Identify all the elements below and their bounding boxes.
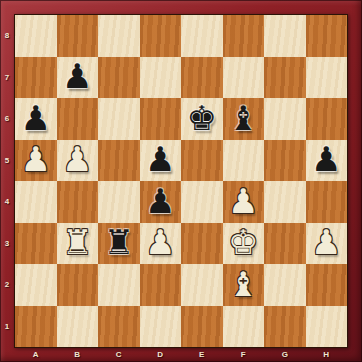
square-f1[interactable] <box>223 306 265 348</box>
rank-label-4: 4 <box>0 181 14 223</box>
file-label-d: D <box>140 347 182 362</box>
file-label-h: H <box>306 347 348 362</box>
square-b4[interactable] <box>57 181 99 223</box>
white-pawn[interactable]: ♟ <box>228 184 258 218</box>
square-d2[interactable] <box>140 264 182 306</box>
square-c8[interactable] <box>98 15 140 57</box>
square-f4[interactable]: ♟ <box>223 181 265 223</box>
white-bishop[interactable]: ♝ <box>228 267 258 301</box>
file-label-e: E <box>181 347 223 362</box>
square-e5[interactable] <box>181 140 223 182</box>
square-f6[interactable]: ♝ <box>223 98 265 140</box>
file-label-c: C <box>98 347 140 362</box>
black-pawn[interactable]: ♟ <box>21 101 51 135</box>
square-h3[interactable]: ♟ <box>306 223 348 265</box>
white-pawn[interactable]: ♟ <box>145 225 175 259</box>
square-h7[interactable] <box>306 57 348 99</box>
square-h2[interactable] <box>306 264 348 306</box>
square-h5[interactable]: ♟ <box>306 140 348 182</box>
square-f8[interactable] <box>223 15 265 57</box>
black-pawn[interactable]: ♟ <box>145 142 175 176</box>
square-f3[interactable]: ♚ <box>223 223 265 265</box>
white-pawn[interactable]: ♟ <box>62 142 92 176</box>
square-g8[interactable] <box>264 15 306 57</box>
square-e1[interactable] <box>181 306 223 348</box>
square-d4[interactable]: ♟ <box>140 181 182 223</box>
square-h6[interactable] <box>306 98 348 140</box>
square-a7[interactable] <box>15 57 57 99</box>
square-b2[interactable] <box>57 264 99 306</box>
file-label-b: B <box>57 347 99 362</box>
square-a8[interactable] <box>15 15 57 57</box>
square-d6[interactable] <box>140 98 182 140</box>
square-h4[interactable] <box>306 181 348 223</box>
square-a3[interactable] <box>15 223 57 265</box>
file-label-a: A <box>15 347 57 362</box>
square-f5[interactable] <box>223 140 265 182</box>
file-label-g: G <box>264 347 306 362</box>
file-label-f: F <box>223 347 265 362</box>
square-c2[interactable] <box>98 264 140 306</box>
square-a1[interactable] <box>15 306 57 348</box>
square-b8[interactable] <box>57 15 99 57</box>
black-pawn[interactable]: ♟ <box>311 142 341 176</box>
square-c7[interactable] <box>98 57 140 99</box>
square-g5[interactable] <box>264 140 306 182</box>
square-e3[interactable] <box>181 223 223 265</box>
square-f2[interactable]: ♝ <box>223 264 265 306</box>
rank-label-8: 8 <box>0 15 14 57</box>
square-d1[interactable] <box>140 306 182 348</box>
square-c6[interactable] <box>98 98 140 140</box>
square-g6[interactable] <box>264 98 306 140</box>
rank-label-2: 2 <box>0 264 14 306</box>
square-a4[interactable] <box>15 181 57 223</box>
chess-board: ♟♟♚♝♟♟♟♟♟♟♜♜♟♚♟♝ <box>14 14 348 348</box>
file-labels: ABCDEFGH <box>15 347 347 362</box>
square-g3[interactable] <box>264 223 306 265</box>
square-h1[interactable] <box>306 306 348 348</box>
square-g2[interactable] <box>264 264 306 306</box>
white-pawn[interactable]: ♟ <box>21 142 51 176</box>
square-d3[interactable]: ♟ <box>140 223 182 265</box>
square-b1[interactable] <box>57 306 99 348</box>
white-king[interactable]: ♚ <box>228 225 258 259</box>
square-e7[interactable] <box>181 57 223 99</box>
rank-label-7: 7 <box>0 57 14 99</box>
square-a2[interactable] <box>15 264 57 306</box>
rank-labels: 87654321 <box>0 15 14 347</box>
black-pawn[interactable]: ♟ <box>62 59 92 93</box>
rank-label-3: 3 <box>0 223 14 265</box>
square-b6[interactable] <box>57 98 99 140</box>
rank-label-5: 5 <box>0 140 14 182</box>
square-a5[interactable]: ♟ <box>15 140 57 182</box>
square-c3[interactable]: ♜ <box>98 223 140 265</box>
black-pawn[interactable]: ♟ <box>145 184 175 218</box>
square-e8[interactable] <box>181 15 223 57</box>
square-b7[interactable]: ♟ <box>57 57 99 99</box>
black-king[interactable]: ♚ <box>187 101 217 135</box>
chess-board-frame: 87654321 ABCDEFGH ♟♟♚♝♟♟♟♟♟♟♜♜♟♚♟♝ <box>0 0 362 362</box>
square-e2[interactable] <box>181 264 223 306</box>
square-e6[interactable]: ♚ <box>181 98 223 140</box>
square-h8[interactable] <box>306 15 348 57</box>
square-c4[interactable] <box>98 181 140 223</box>
square-e4[interactable] <box>181 181 223 223</box>
square-g1[interactable] <box>264 306 306 348</box>
square-d8[interactable] <box>140 15 182 57</box>
square-g4[interactable] <box>264 181 306 223</box>
square-g7[interactable] <box>264 57 306 99</box>
square-c5[interactable] <box>98 140 140 182</box>
rank-label-6: 6 <box>0 98 14 140</box>
square-d7[interactable] <box>140 57 182 99</box>
square-b3[interactable]: ♜ <box>57 223 99 265</box>
white-pawn[interactable]: ♟ <box>311 225 341 259</box>
square-f7[interactable] <box>223 57 265 99</box>
white-rook[interactable]: ♜ <box>62 225 92 259</box>
square-c1[interactable] <box>98 306 140 348</box>
square-d5[interactable]: ♟ <box>140 140 182 182</box>
black-rook[interactable]: ♜ <box>104 225 134 259</box>
square-b5[interactable]: ♟ <box>57 140 99 182</box>
black-bishop[interactable]: ♝ <box>228 101 258 135</box>
rank-label-1: 1 <box>0 306 14 348</box>
square-a6[interactable]: ♟ <box>15 98 57 140</box>
